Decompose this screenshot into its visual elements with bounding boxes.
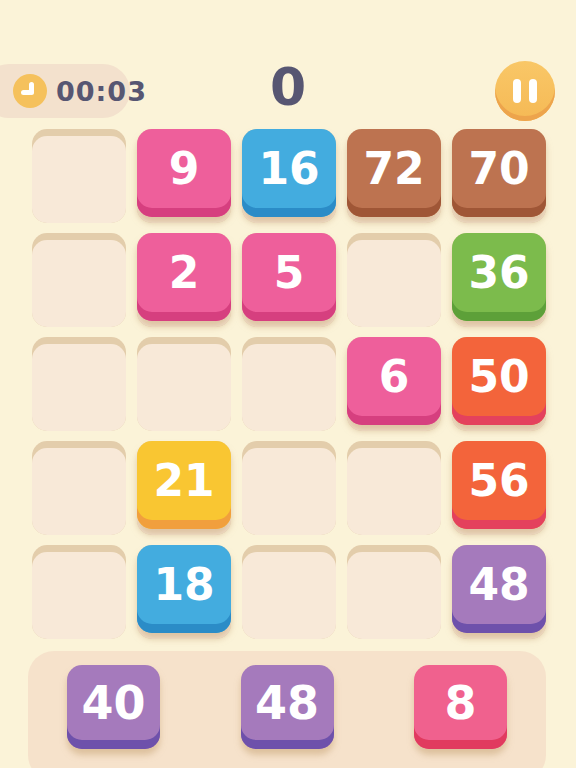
- tile-2[interactable]: 2: [137, 233, 231, 321]
- tile-6[interactable]: 6: [347, 337, 441, 425]
- tile-value: 40: [81, 676, 145, 730]
- board-cell-inset: [242, 552, 336, 639]
- board-cell-inset: [347, 552, 441, 639]
- tile-value: 36: [468, 247, 529, 298]
- pause-button[interactable]: [495, 61, 555, 121]
- board-cell-inset: [242, 448, 336, 535]
- tile-value: 18: [153, 559, 214, 610]
- pause-icon: [513, 79, 521, 103]
- board-cell-inset: [137, 344, 231, 431]
- score-value: 0: [0, 57, 576, 117]
- tile-value: 56: [468, 455, 529, 506]
- board-cell: 48: [452, 545, 546, 639]
- tile-value: 5: [274, 247, 305, 298]
- board: 9167270253665021561848: [32, 129, 546, 639]
- board-cell-inset: [32, 136, 126, 223]
- board-cell: 50: [452, 337, 546, 431]
- tile-18[interactable]: 18: [137, 545, 231, 633]
- board-cell: 72: [347, 129, 441, 223]
- board-cell-inset: [347, 448, 441, 535]
- tile-value: 50: [468, 351, 529, 402]
- pause-icon: [529, 79, 537, 103]
- board-cell: 5: [242, 233, 336, 327]
- board-cell: [242, 545, 336, 639]
- tile-50[interactable]: 50: [452, 337, 546, 425]
- board-cell: [242, 441, 336, 535]
- board-cell: 6: [347, 337, 441, 431]
- tile-48[interactable]: 48: [452, 545, 546, 633]
- board-cell-inset: [347, 240, 441, 327]
- board-cell: [137, 337, 231, 431]
- board-cell: 21: [137, 441, 231, 535]
- tile-16[interactable]: 16: [242, 129, 336, 217]
- board-cell: [32, 129, 126, 223]
- board-cell: [347, 233, 441, 327]
- board-cell: 70: [452, 129, 546, 223]
- tile-36[interactable]: 36: [452, 233, 546, 321]
- board-cell: [32, 441, 126, 535]
- tile-value: 70: [468, 143, 529, 194]
- tile-value: 21: [153, 455, 214, 506]
- tile-72[interactable]: 72: [347, 129, 441, 217]
- tile-56[interactable]: 56: [452, 441, 546, 529]
- tile-21[interactable]: 21: [137, 441, 231, 529]
- tile-70[interactable]: 70: [452, 129, 546, 217]
- tile-value: 9: [169, 143, 200, 194]
- tile-value: 2: [169, 247, 200, 298]
- board-cell-inset: [32, 448, 126, 535]
- board-cell: [347, 545, 441, 639]
- board-cell: [32, 545, 126, 639]
- tile-value: 6: [379, 351, 410, 402]
- board-cell-inset: [32, 344, 126, 431]
- board-cell: [32, 337, 126, 431]
- tile-value: 48: [255, 676, 319, 730]
- board-cell-inset: [32, 552, 126, 639]
- board-cell-inset: [242, 344, 336, 431]
- board-cell: 16: [242, 129, 336, 223]
- tile-value: 8: [444, 676, 476, 730]
- tile-8[interactable]: 8: [414, 665, 507, 749]
- board-cell: 2: [137, 233, 231, 327]
- tile-9[interactable]: 9: [137, 129, 231, 217]
- board-cell: [32, 233, 126, 327]
- tile-value: 16: [258, 143, 319, 194]
- board-cell: 18: [137, 545, 231, 639]
- board-cell-inset: [32, 240, 126, 327]
- board-cell: [242, 337, 336, 431]
- board-cell: 9: [137, 129, 231, 223]
- tile-tray: 40488: [28, 651, 546, 768]
- tile-48[interactable]: 48: [241, 665, 334, 749]
- tile-5[interactable]: 5: [242, 233, 336, 321]
- tile-value: 48: [468, 559, 529, 610]
- board-cell: [347, 441, 441, 535]
- tile-40[interactable]: 40: [67, 665, 160, 749]
- board-cell: 36: [452, 233, 546, 327]
- tile-value: 72: [363, 143, 424, 194]
- board-cell: 56: [452, 441, 546, 535]
